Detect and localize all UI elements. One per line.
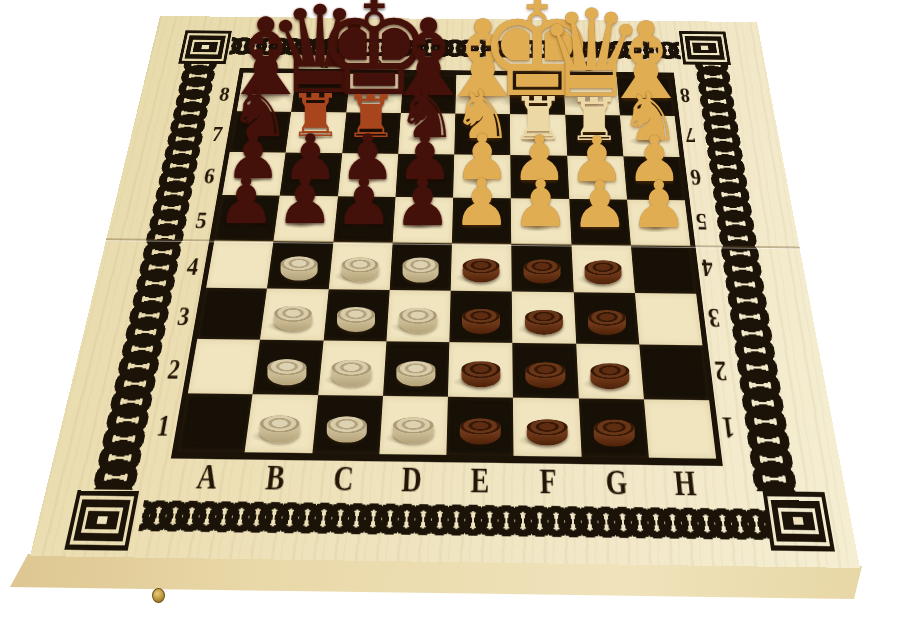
- file-label-top-a: A: [265, 56, 277, 70]
- square-a5: [214, 195, 280, 241]
- file-label-top-f: F: [532, 59, 541, 73]
- file-label-bottom-e: E: [470, 462, 489, 498]
- square-h7: [620, 115, 680, 156]
- square-g5: [569, 199, 631, 245]
- square-f3: [512, 292, 576, 344]
- square-c4: [328, 241, 392, 290]
- square-f4: [511, 244, 573, 293]
- square-g7: [565, 115, 623, 156]
- square-e5: [452, 197, 512, 243]
- square-g4: [571, 244, 635, 293]
- square-e8: [455, 75, 510, 114]
- corner-ornament-bottom-right: [763, 491, 835, 551]
- square-c1: [312, 395, 383, 454]
- file-label-bottom-c: C: [332, 460, 355, 496]
- square-b5: [274, 195, 338, 241]
- square-g3: [573, 293, 639, 345]
- square-a2: [188, 339, 260, 394]
- square-a7: [230, 111, 292, 152]
- square-f6: [511, 155, 569, 199]
- square-h2: [639, 345, 709, 401]
- square-d4: [389, 242, 452, 291]
- file-label-top-d: D: [425, 58, 436, 72]
- square-h6: [623, 156, 685, 200]
- square-b6: [280, 152, 342, 196]
- square-c6: [338, 153, 398, 197]
- square-e4: [451, 243, 512, 292]
- square-e7: [454, 113, 510, 154]
- square-b1: [245, 394, 318, 453]
- file-label-top-c: C: [372, 57, 383, 71]
- file-label-bottom-h: H: [672, 465, 697, 501]
- square-b8: [291, 73, 349, 112]
- square-b2: [253, 340, 323, 395]
- square-e6: [453, 154, 511, 198]
- square-c2: [318, 341, 386, 396]
- square-a6: [222, 152, 285, 196]
- square-d6: [395, 154, 454, 198]
- square-g6: [567, 155, 627, 199]
- board-photo-scene: 88AA77BB66CC55DD44EE33FF22GG11HH ♝♛♚♝♝♚♛…: [0, 0, 903, 617]
- corner-ornament-top-right: [679, 31, 731, 65]
- square-f5: [511, 198, 571, 244]
- square-c3: [323, 290, 389, 342]
- square-g8: [563, 76, 620, 115]
- square-e2: [448, 342, 513, 397]
- square-c7: [342, 112, 401, 153]
- square-d3: [386, 290, 450, 342]
- square-h3: [635, 293, 703, 345]
- square-g2: [576, 344, 644, 399]
- file-label-top-g: G: [583, 59, 595, 73]
- square-f8: [510, 75, 565, 114]
- square-e1: [446, 397, 513, 456]
- square-b4: [267, 241, 333, 290]
- square-c5: [333, 196, 395, 242]
- file-label-top-e: E: [478, 58, 488, 72]
- file-label-top-h: H: [636, 60, 648, 74]
- square-f1: [513, 398, 581, 457]
- corner-ornament-top-left: [178, 30, 232, 64]
- square-a8: [237, 73, 297, 112]
- square-d7: [398, 113, 455, 154]
- square-e3: [449, 291, 512, 343]
- file-label-bottom-g: G: [605, 464, 629, 500]
- chessboard-grid: [178, 73, 716, 459]
- corner-ornament-bottom-left: [64, 490, 139, 550]
- square-h1: [644, 399, 716, 458]
- file-label-top-b: B: [319, 57, 330, 71]
- square-a3: [197, 288, 267, 340]
- square-d2: [383, 342, 450, 397]
- square-h4: [631, 245, 697, 294]
- board-top-face: 88AA77BB66CC55DD44EE33FF22GG11HH: [30, 16, 860, 568]
- square-c8: [346, 74, 403, 113]
- square-h5: [627, 199, 691, 245]
- square-h8: [616, 77, 674, 116]
- square-f2: [513, 343, 579, 398]
- square-f7: [510, 114, 567, 155]
- latch-pin: [152, 588, 165, 603]
- square-d8: [401, 74, 457, 113]
- square-d1: [379, 396, 448, 455]
- square-g1: [578, 399, 648, 458]
- file-label-bottom-d: D: [401, 461, 423, 497]
- square-a1: [178, 393, 253, 452]
- square-a4: [206, 240, 274, 289]
- square-b3: [260, 289, 328, 341]
- file-label-bottom-f: F: [539, 463, 557, 499]
- square-d5: [392, 197, 453, 243]
- square-b7: [286, 112, 346, 153]
